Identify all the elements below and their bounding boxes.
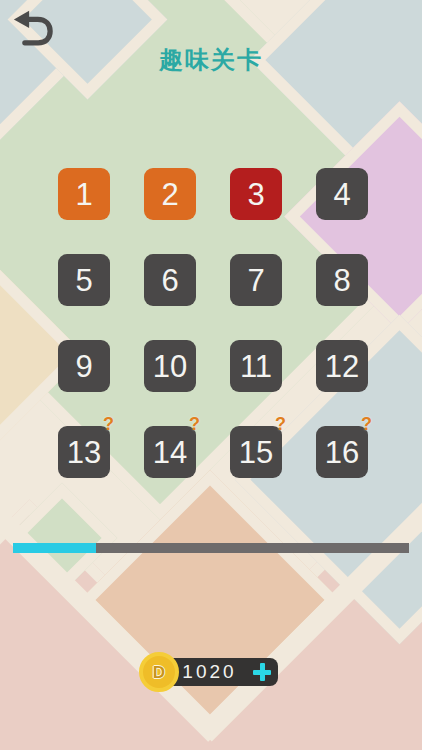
level-button-9[interactable]: 9 [58,340,110,392]
level-button-16[interactable]: 16? [316,426,368,478]
level-grid: 12345678910111213?14?15?16? [58,168,368,478]
progress-bar [13,543,409,553]
level-button-1[interactable]: 1 [58,168,110,220]
page-title: 趣味关卡 [0,44,422,76]
level-number: 15 [239,437,273,468]
coin-letter: D [153,664,165,681]
level-button-6[interactable]: 6 [144,254,196,306]
level-number: 13 [67,437,101,468]
level-number: 6 [161,265,178,296]
level-number: 3 [247,179,264,210]
progress-bar-fill [13,543,96,553]
level-number: 16 [325,437,359,468]
hint-question-icon: ? [361,414,372,435]
back-button[interactable] [11,7,53,49]
level-number: 7 [247,265,264,296]
level-button-2[interactable]: 2 [144,168,196,220]
hint-question-icon: ? [275,414,286,435]
coin-count: 1020 [170,661,262,683]
coin-icon: D [139,652,179,692]
level-button-3[interactable]: 3 [230,168,282,220]
level-button-15[interactable]: 15? [230,426,282,478]
level-button-10[interactable]: 10 [144,340,196,392]
level-number: 5 [75,265,92,296]
level-number: 12 [325,351,359,382]
hint-question-icon: ? [103,414,114,435]
add-coins-button[interactable] [253,663,271,681]
level-button-12[interactable]: 12 [316,340,368,392]
level-button-7[interactable]: 7 [230,254,282,306]
level-button-4[interactable]: 4 [316,168,368,220]
level-button-8[interactable]: 8 [316,254,368,306]
level-button-14[interactable]: 14? [144,426,196,478]
level-number: 14 [153,437,187,468]
level-number: 4 [333,179,350,210]
level-number: 9 [75,351,92,382]
level-button-13[interactable]: 13? [58,426,110,478]
level-number: 11 [240,351,272,382]
level-number: 1 [75,179,92,210]
level-number: 8 [333,265,350,296]
hint-question-icon: ? [189,414,200,435]
undo-arrow-icon [11,7,53,49]
level-number: 2 [161,179,178,210]
level-number: 10 [153,351,187,382]
level-button-11[interactable]: 11 [230,340,282,392]
level-button-5[interactable]: 5 [58,254,110,306]
